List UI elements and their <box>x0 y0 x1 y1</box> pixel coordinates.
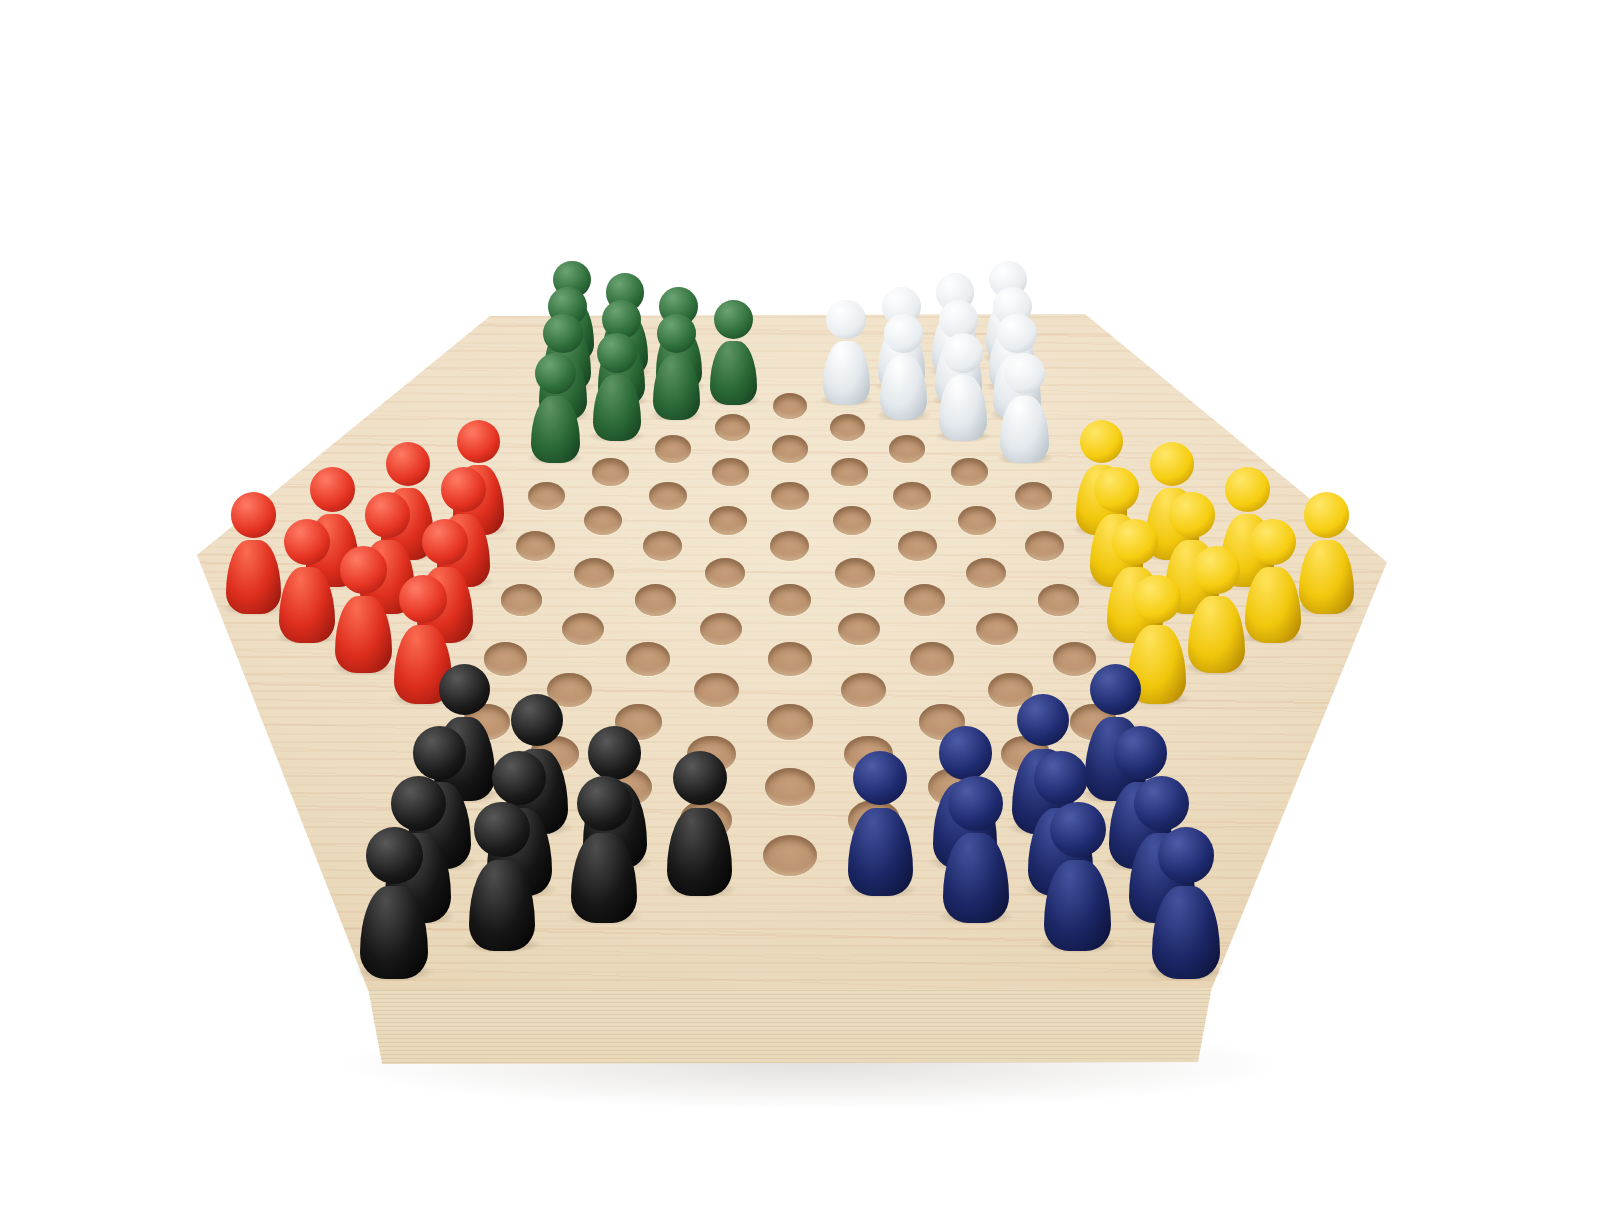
peg-head <box>1304 492 1350 538</box>
peg-yellow[interactable] <box>1188 546 1246 673</box>
board-hole[interactable] <box>705 558 745 589</box>
peg-head <box>673 751 727 805</box>
peg-head <box>1193 546 1240 593</box>
peg-body <box>360 886 428 979</box>
peg-black[interactable] <box>667 751 733 896</box>
peg-white[interactable] <box>822 300 870 405</box>
peg-body <box>943 833 1009 923</box>
peg-head <box>511 694 563 746</box>
board-hole[interactable] <box>516 531 555 561</box>
peg-head <box>1034 751 1088 805</box>
board-hole[interactable] <box>772 435 808 462</box>
board-hole[interactable] <box>763 835 817 876</box>
peg-head <box>492 751 546 805</box>
peg-head <box>714 300 753 339</box>
peg-body <box>848 808 913 896</box>
board-hole[interactable] <box>910 642 954 675</box>
board-hole[interactable] <box>771 482 808 511</box>
peg-head <box>413 726 466 779</box>
peg-head <box>826 300 865 339</box>
peg-head <box>231 492 277 538</box>
peg-head <box>884 314 924 354</box>
peg-head <box>535 353 576 394</box>
board-hole[interactable] <box>768 642 812 675</box>
peg-head <box>340 546 387 593</box>
peg-head <box>543 314 583 354</box>
peg-head <box>1158 827 1215 884</box>
board-hole[interactable] <box>893 482 930 511</box>
peg-body <box>531 396 580 463</box>
peg-head <box>1004 353 1045 394</box>
peg-body <box>653 355 700 420</box>
peg-head <box>474 802 530 858</box>
peg-head <box>1150 442 1194 486</box>
board-hole[interactable] <box>643 531 682 561</box>
board-hole[interactable] <box>966 558 1006 589</box>
peg-head <box>1114 726 1167 779</box>
peg-head <box>441 467 486 512</box>
board-hole[interactable] <box>841 673 886 707</box>
board-hole[interactable] <box>528 482 565 511</box>
peg-head <box>943 333 983 373</box>
peg-body <box>710 341 757 405</box>
peg-black[interactable] <box>468 802 536 951</box>
peg-head <box>1050 802 1106 858</box>
peg-black[interactable] <box>571 776 638 923</box>
peg-red[interactable] <box>335 546 393 673</box>
peg-body <box>823 341 870 405</box>
board-hole[interactable] <box>767 704 814 740</box>
peg-head <box>588 726 641 779</box>
board-hole[interactable] <box>655 435 691 462</box>
board-hole[interactable] <box>831 458 868 486</box>
peg-head <box>1134 776 1189 831</box>
board-hole[interactable] <box>951 458 988 486</box>
peg-red[interactable] <box>226 492 282 614</box>
peg-green[interactable] <box>710 300 758 405</box>
peg-head <box>1017 694 1069 746</box>
peg-body <box>469 860 536 951</box>
peg-white[interactable] <box>1000 353 1050 463</box>
peg-body <box>939 375 987 441</box>
peg-yellow[interactable] <box>1299 492 1355 614</box>
peg-navy-blue[interactable] <box>942 776 1009 923</box>
peg-white[interactable] <box>938 333 987 441</box>
peg-head <box>577 776 632 831</box>
peg-head <box>1133 575 1181 623</box>
peg-body <box>667 808 732 896</box>
peg-head <box>391 776 446 831</box>
board-hole[interactable] <box>712 458 749 486</box>
peg-body <box>279 567 335 643</box>
board-hole[interactable] <box>765 768 815 806</box>
board-hole[interactable] <box>976 613 1018 645</box>
peg-green[interactable] <box>530 353 580 463</box>
peg-head <box>948 776 1003 831</box>
peg-head <box>439 664 490 715</box>
peg-body <box>1188 596 1245 673</box>
board-hole[interactable] <box>501 584 542 615</box>
peg-black[interactable] <box>360 827 429 979</box>
board-hole[interactable] <box>715 414 750 441</box>
peg-green[interactable] <box>592 333 641 441</box>
peg-head <box>1225 467 1270 512</box>
board-hole[interactable] <box>830 414 865 441</box>
peg-red[interactable] <box>279 519 336 643</box>
peg-head <box>365 492 411 538</box>
peg-yellow[interactable] <box>1245 519 1302 643</box>
peg-head <box>657 314 697 354</box>
peg-head <box>284 519 330 565</box>
peg-head <box>597 333 637 373</box>
peg-body <box>1044 860 1111 951</box>
peg-head <box>1250 519 1296 565</box>
peg-head <box>399 575 447 623</box>
peg-head <box>457 420 500 463</box>
peg-body <box>226 540 280 614</box>
peg-body <box>335 596 392 673</box>
peg-head <box>939 726 992 779</box>
board-hole[interactable] <box>769 584 810 615</box>
board-hole[interactable] <box>592 458 629 486</box>
peg-green[interactable] <box>652 314 700 420</box>
peg-navy-blue[interactable] <box>1044 802 1112 951</box>
peg-body <box>1245 567 1301 643</box>
peg-head <box>422 519 468 565</box>
board-hole[interactable] <box>562 613 604 645</box>
peg-head <box>1080 420 1123 463</box>
peg-body <box>593 375 641 441</box>
board-hole[interactable] <box>838 613 880 645</box>
peg-white[interactable] <box>879 314 927 420</box>
peg-head <box>386 442 430 486</box>
peg-head <box>1112 519 1158 565</box>
board-hole[interactable] <box>904 584 945 615</box>
peg-navy-blue[interactable] <box>1151 827 1220 979</box>
peg-head <box>366 827 423 884</box>
peg-body <box>1000 396 1049 463</box>
board-hole[interactable] <box>1025 531 1064 561</box>
peg-body <box>880 355 927 420</box>
board-hole[interactable] <box>889 435 925 462</box>
peg-body <box>1152 886 1220 979</box>
peg-navy-blue[interactable] <box>847 751 913 896</box>
board-hole[interactable] <box>700 613 742 645</box>
peg-head <box>853 751 907 805</box>
peg-head <box>1169 492 1215 538</box>
board-hole[interactable] <box>1038 584 1079 615</box>
peg-head <box>997 314 1037 354</box>
board-hole[interactable] <box>574 558 614 589</box>
board-hole[interactable] <box>626 642 670 675</box>
board-hole[interactable] <box>694 673 739 707</box>
board-photo-scene <box>0 0 1600 1219</box>
board-hole[interactable] <box>898 531 937 561</box>
peg-body <box>571 833 637 923</box>
peg-body <box>1299 540 1353 614</box>
peg-head <box>310 467 355 512</box>
peg-head <box>1090 664 1141 715</box>
peg-head <box>1094 467 1139 512</box>
board-hole[interactable] <box>635 584 676 615</box>
board-hole[interactable] <box>649 482 686 511</box>
